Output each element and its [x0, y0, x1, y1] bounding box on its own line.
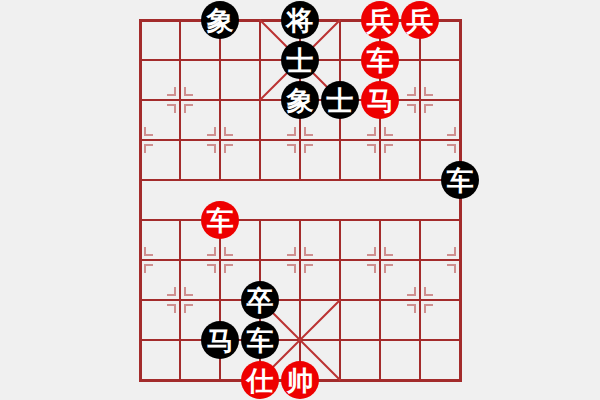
red-chariot[interactable]: 车 — [361, 41, 399, 79]
black-advisor[interactable]: 士 — [281, 41, 319, 79]
black-advisor[interactable]: 士 — [321, 81, 359, 119]
red-general[interactable]: 帅 — [281, 361, 319, 399]
point-marker — [207, 247, 216, 256]
point-marker — [304, 127, 313, 136]
point-marker — [184, 287, 193, 296]
point-marker — [287, 247, 296, 256]
point-marker — [304, 264, 313, 273]
grid-line — [219, 19, 221, 181]
red-chariot[interactable]: 车 — [201, 201, 239, 239]
grid-line — [379, 219, 381, 381]
red-pawn[interactable]: 兵 — [401, 1, 439, 39]
black-general[interactable]: 将 — [281, 1, 319, 39]
point-marker — [184, 104, 193, 113]
point-marker — [384, 144, 393, 153]
point-marker — [207, 144, 216, 153]
point-marker — [224, 247, 233, 256]
point-marker — [367, 127, 376, 136]
point-marker — [287, 127, 296, 136]
grid-line — [179, 19, 181, 181]
point-marker — [424, 304, 433, 313]
point-marker — [424, 287, 433, 296]
point-marker — [224, 144, 233, 153]
point-marker — [367, 247, 376, 256]
grid-line — [139, 19, 142, 381]
point-marker — [224, 127, 233, 136]
black-elephant[interactable]: 象 — [281, 81, 319, 119]
point-marker — [144, 264, 153, 273]
point-marker — [167, 87, 176, 96]
red-pawn[interactable]: 兵 — [361, 1, 399, 39]
black-pawn[interactable]: 卒 — [241, 281, 279, 319]
point-marker — [367, 144, 376, 153]
point-marker — [424, 104, 433, 113]
point-marker — [144, 144, 153, 153]
grid-line — [419, 19, 421, 181]
point-marker — [384, 127, 393, 136]
point-marker — [447, 144, 456, 153]
grid-line — [419, 219, 421, 381]
red-advisor[interactable]: 仕 — [241, 361, 279, 399]
black-chariot[interactable]: 车 — [241, 321, 279, 359]
point-marker — [447, 127, 456, 136]
point-marker — [384, 264, 393, 273]
black-horse[interactable]: 马 — [201, 321, 239, 359]
red-horse[interactable]: 马 — [361, 81, 399, 119]
point-marker — [447, 264, 456, 273]
point-marker — [384, 247, 393, 256]
black-chariot[interactable]: 车 — [441, 161, 479, 199]
grid-line — [179, 219, 181, 381]
point-marker — [144, 247, 153, 256]
point-marker — [407, 304, 416, 313]
point-marker — [407, 287, 416, 296]
point-marker — [304, 144, 313, 153]
point-marker — [447, 247, 456, 256]
point-marker — [424, 87, 433, 96]
grid-line — [459, 19, 462, 381]
black-elephant[interactable]: 象 — [201, 1, 239, 39]
point-marker — [407, 87, 416, 96]
point-marker — [407, 104, 416, 113]
point-marker — [304, 247, 313, 256]
point-marker — [167, 104, 176, 113]
point-marker — [184, 87, 193, 96]
point-marker — [167, 287, 176, 296]
point-marker — [207, 264, 216, 273]
grid-line — [299, 219, 301, 381]
point-marker — [207, 127, 216, 136]
xiangqi-board[interactable]: 象将兵兵士车象士马车车卒马车仕帅 — [0, 0, 600, 400]
screenshot-canvas: 象将兵兵士车象士马车车卒马车仕帅 — [0, 0, 600, 400]
point-marker — [224, 264, 233, 273]
point-marker — [367, 264, 376, 273]
point-marker — [184, 304, 193, 313]
point-marker — [287, 264, 296, 273]
point-marker — [167, 304, 176, 313]
point-marker — [287, 144, 296, 153]
point-marker — [144, 127, 153, 136]
